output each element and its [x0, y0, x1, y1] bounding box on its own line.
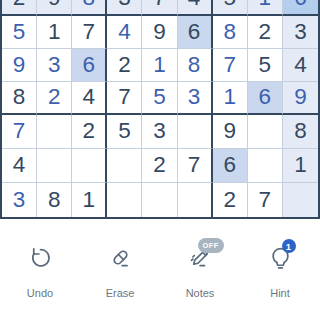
cell-r9c7[interactable]: 2 — [213, 183, 248, 217]
digit: 8 — [48, 189, 61, 212]
cell-r6c1[interactable]: 8 — [2, 82, 37, 115]
digit: 1 — [83, 189, 96, 212]
digit: 8 — [188, 54, 201, 77]
cell-r5c4[interactable]: 2 — [107, 49, 142, 82]
digit: 7 — [223, 54, 236, 77]
cell-r7c2[interactable] — [37, 115, 72, 149]
cell-r8c6[interactable]: 7 — [178, 149, 213, 183]
digit: 7 — [13, 120, 26, 143]
notes-button[interactable]: OFF Notes — [160, 244, 240, 299]
digit: 7 — [83, 21, 96, 44]
digit: 5 — [153, 86, 166, 109]
cell-r3c6[interactable]: 4 — [178, 0, 213, 16]
digit: 6 — [223, 154, 236, 177]
cell-r8c2[interactable] — [37, 149, 72, 183]
cell-r5c2[interactable]: 3 — [37, 49, 72, 82]
cell-r8c8[interactable] — [248, 149, 283, 183]
cell-r7c5[interactable]: 3 — [142, 115, 177, 149]
cell-r9c5[interactable] — [142, 183, 177, 217]
digit: 4 — [294, 54, 307, 77]
cell-r8c9[interactable]: 1 — [283, 149, 318, 183]
cell-r4c1[interactable]: 5 — [2, 16, 37, 49]
cell-r6c6[interactable]: 3 — [178, 82, 213, 115]
cell-r3c7[interactable]: 5 — [213, 0, 248, 16]
cell-r6c5[interactable]: 5 — [142, 82, 177, 115]
digit: 9 — [294, 86, 307, 109]
toolbar: Undo Erase OFF Notes — [0, 244, 320, 299]
cell-r5c5[interactable]: 1 — [142, 49, 177, 82]
notes-label: Notes — [186, 287, 215, 299]
cell-r8c1[interactable]: 4 — [2, 149, 37, 183]
cell-r3c4[interactable]: 3 — [107, 0, 142, 16]
undo-button[interactable]: Undo — [0, 244, 80, 299]
erase-label: Erase — [106, 287, 135, 299]
digit: 5 — [223, 0, 236, 15]
cell-r6c7[interactable]: 1 — [213, 82, 248, 115]
cell-r9c9[interactable] — [283, 183, 318, 217]
digit: 7 — [153, 0, 166, 15]
digit: 8 — [223, 21, 236, 44]
cell-r8c4[interactable] — [107, 149, 142, 183]
cell-r7c8[interactable] — [248, 115, 283, 149]
cell-r4c5[interactable]: 9 — [142, 16, 177, 49]
cell-r9c1[interactable]: 3 — [2, 183, 37, 217]
cell-r7c9[interactable]: 8 — [283, 115, 318, 149]
digit: 3 — [13, 189, 26, 212]
cell-r7c7[interactable]: 9 — [213, 115, 248, 149]
cell-r4c7[interactable]: 8 — [213, 16, 248, 49]
cell-r4c2[interactable]: 1 — [37, 16, 72, 49]
digit: 4 — [13, 154, 26, 177]
digit: 3 — [188, 86, 201, 109]
cell-r3c5[interactable]: 7 — [142, 0, 177, 16]
pencil-icon: OFF — [187, 244, 214, 271]
digit: 4 — [118, 21, 131, 44]
digit: 2 — [118, 54, 131, 77]
cell-r7c6[interactable] — [178, 115, 213, 149]
cell-r4c4[interactable]: 4 — [107, 16, 142, 49]
digit: 4 — [188, 0, 201, 15]
digit: 3 — [153, 120, 166, 143]
cell-r8c3[interactable] — [72, 149, 107, 183]
hint-button[interactable]: 1 Hint — [240, 244, 320, 299]
digit: 1 — [294, 154, 307, 177]
digit: 2 — [48, 86, 61, 109]
cell-r5c8[interactable]: 5 — [248, 49, 283, 82]
digit: 5 — [259, 54, 272, 77]
digit: 1 — [223, 86, 236, 109]
digit: 5 — [118, 120, 131, 143]
notes-off-badge: OFF — [198, 238, 224, 253]
digit: 1 — [153, 54, 166, 77]
digit: 9 — [13, 54, 26, 77]
cell-r8c7[interactable]: 6 — [213, 149, 248, 183]
cell-r3c3[interactable]: 8 — [72, 0, 107, 16]
cell-r6c2[interactable]: 2 — [37, 82, 72, 115]
digit: 9 — [48, 0, 61, 15]
cell-r9c2[interactable]: 8 — [37, 183, 72, 217]
cell-r8c5[interactable]: 2 — [142, 149, 177, 183]
digit: 6 — [188, 21, 201, 44]
erase-button[interactable]: Erase — [80, 244, 160, 299]
cell-r6c3[interactable]: 4 — [72, 82, 107, 115]
digit: 9 — [223, 120, 236, 143]
cell-r4c3[interactable]: 7 — [72, 16, 107, 49]
digit: 8 — [13, 86, 26, 109]
cell-r5c6[interactable]: 8 — [178, 49, 213, 82]
cell-r7c1[interactable]: 7 — [2, 115, 37, 149]
digit: 2 — [83, 120, 96, 143]
hint-label: Hint — [270, 287, 290, 299]
digit: 6 — [259, 86, 272, 109]
cell-r9c8[interactable]: 7 — [248, 183, 283, 217]
digit: 1 — [48, 21, 61, 44]
cell-r3c2[interactable]: 9 — [37, 0, 72, 16]
cell-r4c8[interactable]: 2 — [248, 16, 283, 49]
digit: 2 — [223, 189, 236, 212]
cell-r6c4[interactable]: 7 — [107, 82, 142, 115]
digit: 3 — [294, 21, 307, 44]
digit: 8 — [294, 120, 307, 143]
cell-r6c8[interactable]: 6 — [248, 82, 283, 115]
eraser-icon — [107, 244, 134, 271]
digit: 6 — [294, 0, 307, 15]
digit: 7 — [188, 154, 201, 177]
cell-r3c1[interactable]: 2 — [2, 0, 37, 16]
cell-r6c9[interactable]: 9 — [283, 82, 318, 115]
cell-r4c9[interactable]: 3 — [283, 16, 318, 49]
digit: 7 — [118, 86, 131, 109]
digit: 8 — [83, 0, 96, 15]
digit: 3 — [118, 0, 131, 15]
digit: 9 — [153, 21, 166, 44]
undo-label: Undo — [27, 287, 53, 299]
lightbulb-icon: 1 — [267, 244, 294, 271]
cell-r5c9[interactable]: 4 — [283, 49, 318, 82]
sudoku-board: 2983745165174968239362187548247531697253… — [0, 0, 320, 219]
digit: 3 — [48, 54, 61, 77]
cell-r5c7[interactable]: 7 — [213, 49, 248, 82]
hint-count-badge: 1 — [282, 239, 296, 253]
cell-r7c3[interactable]: 2 — [72, 115, 107, 149]
cell-r9c6[interactable] — [178, 183, 213, 217]
cell-r9c4[interactable] — [107, 183, 142, 217]
cell-r3c9[interactable]: 6 — [283, 0, 318, 16]
cell-r3c8[interactable]: 1 — [248, 0, 283, 16]
digit: 2 — [153, 154, 166, 177]
digit: 7 — [259, 189, 272, 212]
cell-r7c4[interactable]: 5 — [107, 115, 142, 149]
digit: 1 — [259, 0, 272, 15]
digit: 6 — [83, 54, 96, 77]
digit: 5 — [13, 21, 26, 44]
cell-r9c3[interactable]: 1 — [72, 183, 107, 217]
undo-icon — [27, 244, 54, 271]
digit: 2 — [259, 21, 272, 44]
digit: 4 — [83, 86, 96, 109]
cell-r5c3[interactable]: 6 — [72, 49, 107, 82]
cell-r5c1[interactable]: 9 — [2, 49, 37, 82]
digit: 2 — [13, 0, 26, 15]
cell-r4c6[interactable]: 6 — [178, 16, 213, 49]
